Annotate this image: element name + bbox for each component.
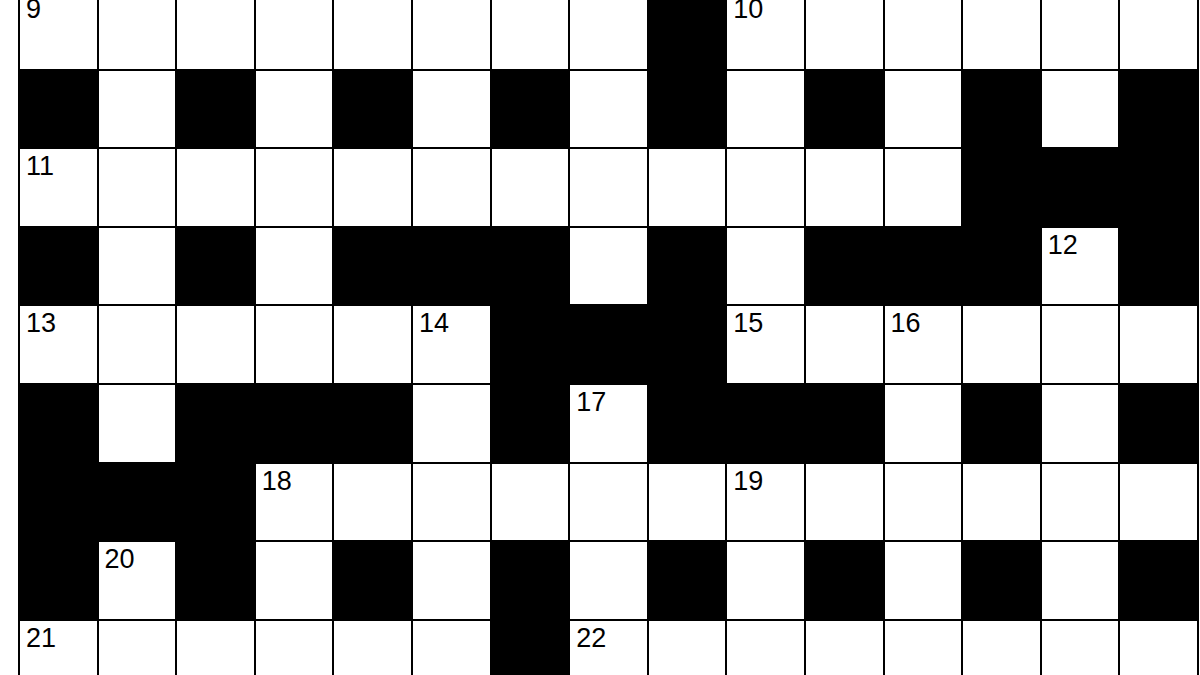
cell-r7-c8[interactable]	[570, 464, 647, 541]
cell-r4-c5-block	[334, 228, 411, 305]
cell-r5-c3[interactable]	[177, 306, 254, 383]
cell-r3-c11[interactable]	[806, 149, 883, 226]
cell-r5-c14[interactable]	[1042, 306, 1119, 383]
cell-r9-c8[interactable]: 22	[570, 621, 647, 675]
cell-r9-c13[interactable]	[963, 621, 1040, 675]
cell-r8-c1-block	[20, 542, 97, 619]
clue-number: 16	[891, 309, 921, 337]
cell-r2-c9-block	[649, 71, 726, 148]
cell-r2-c6[interactable]	[413, 71, 490, 148]
cell-r4-c4[interactable]	[256, 228, 333, 305]
cell-r5-c2[interactable]	[99, 306, 176, 383]
cell-r6-c10-block	[727, 385, 804, 462]
cell-r2-c4[interactable]	[256, 71, 333, 148]
cell-r1-c13[interactable]	[963, 0, 1040, 69]
cell-r7-c3-block	[177, 464, 254, 541]
cell-r6-c4-block	[256, 385, 333, 462]
cell-r5-c8-block	[570, 306, 647, 383]
cell-r9-c10[interactable]	[727, 621, 804, 675]
cell-r2-c7-block	[492, 71, 569, 148]
cell-r7-c7[interactable]	[492, 464, 569, 541]
clue-number: 22	[576, 624, 606, 652]
cell-r5-c6[interactable]: 14	[413, 306, 490, 383]
cell-r3-c10[interactable]	[727, 149, 804, 226]
cell-r5-c5[interactable]	[334, 306, 411, 383]
cell-r6-c9-block	[649, 385, 726, 462]
cell-r7-c14[interactable]	[1042, 464, 1119, 541]
cell-r3-c1[interactable]: 11	[20, 149, 97, 226]
cell-r6-c1-block	[20, 385, 97, 462]
cell-r1-c2[interactable]	[99, 0, 176, 69]
cell-r9-c14[interactable]	[1042, 621, 1119, 675]
cell-r4-c13-block	[963, 228, 1040, 305]
cell-r6-c2[interactable]	[99, 385, 176, 462]
cell-r9-c15[interactable]	[1120, 621, 1197, 675]
cell-r6-c6[interactable]	[413, 385, 490, 462]
cell-r7-c4[interactable]: 18	[256, 464, 333, 541]
cell-r5-c10[interactable]: 15	[727, 306, 804, 383]
cell-r5-c15[interactable]	[1120, 306, 1197, 383]
cell-r5-c4[interactable]	[256, 306, 333, 383]
clue-number: 11	[26, 152, 54, 180]
clue-number: 12	[1048, 231, 1078, 259]
clue-number: 9	[26, 0, 41, 23]
cell-r5-c1[interactable]: 13	[20, 306, 97, 383]
cell-r2-c5-block	[334, 71, 411, 148]
cell-r8-c4[interactable]	[256, 542, 333, 619]
cell-r1-c3[interactable]	[177, 0, 254, 69]
cell-r8-c14[interactable]	[1042, 542, 1119, 619]
cell-r5-c11[interactable]	[806, 306, 883, 383]
cell-r6-c3-block	[177, 385, 254, 462]
cell-r4-c1-block	[20, 228, 97, 305]
cell-r2-c15-block	[1120, 71, 1197, 148]
cell-r8-c13-block	[963, 542, 1040, 619]
cell-r9-c4[interactable]	[256, 621, 333, 675]
cell-r9-c2[interactable]	[99, 621, 176, 675]
cell-r6-c14[interactable]	[1042, 385, 1119, 462]
cell-r8-c11-block	[806, 542, 883, 619]
cell-r8-c8[interactable]	[570, 542, 647, 619]
cell-r7-c5[interactable]	[334, 464, 411, 541]
cell-r4-c14[interactable]: 12	[1042, 228, 1119, 305]
cell-r2-c12[interactable]	[885, 71, 962, 148]
cell-r8-c7-block	[492, 542, 569, 619]
cell-r3-c15-block	[1120, 149, 1197, 226]
cell-r9-c9[interactable]	[649, 621, 726, 675]
cell-r4-c7-block	[492, 228, 569, 305]
cell-r6-c11-block	[806, 385, 883, 462]
cell-r8-c12[interactable]	[885, 542, 962, 619]
cell-r8-c6[interactable]	[413, 542, 490, 619]
cell-r2-c1-block	[20, 71, 97, 148]
clue-number: 13	[26, 309, 56, 337]
cell-r3-c3[interactable]	[177, 149, 254, 226]
cell-r3-c14-block	[1042, 149, 1119, 226]
clue-number: 20	[105, 545, 135, 573]
cell-r1-c5[interactable]	[334, 0, 411, 69]
cell-r2-c3-block	[177, 71, 254, 148]
cell-r1-c14[interactable]	[1042, 0, 1119, 69]
cell-r1-c7[interactable]	[492, 0, 569, 69]
cell-r7-c6[interactable]	[413, 464, 490, 541]
clue-number: 14	[419, 309, 449, 337]
cell-r4-c2[interactable]	[99, 228, 176, 305]
cell-r3-c7[interactable]	[492, 149, 569, 226]
cell-r7-c10[interactable]: 19	[727, 464, 804, 541]
cell-r2-c11-block	[806, 71, 883, 148]
cell-r4-c6-block	[413, 228, 490, 305]
cell-r7-c12[interactable]	[885, 464, 962, 541]
clue-number: 19	[733, 467, 763, 495]
cell-r8-c15-block	[1120, 542, 1197, 619]
cell-r9-c3[interactable]	[177, 621, 254, 675]
cell-r6-c15-block	[1120, 385, 1197, 462]
cell-r7-c9[interactable]	[649, 464, 726, 541]
cell-r3-c8[interactable]	[570, 149, 647, 226]
crossword-grid: 910111213141516171819202122	[18, 0, 1199, 675]
cell-r1-c10[interactable]: 10	[727, 0, 804, 69]
cell-r1-c4[interactable]	[256, 0, 333, 69]
cell-r7-c11[interactable]	[806, 464, 883, 541]
cell-r3-c13-block	[963, 149, 1040, 226]
cell-r3-c4[interactable]	[256, 149, 333, 226]
cell-r1-c8[interactable]	[570, 0, 647, 69]
cell-r8-c2[interactable]: 20	[99, 542, 176, 619]
cell-r7-c13[interactable]	[963, 464, 1040, 541]
cell-r3-c12[interactable]	[885, 149, 962, 226]
clue-number: 21	[26, 624, 56, 652]
cell-r4-c12-block	[885, 228, 962, 305]
cell-r9-c11[interactable]	[806, 621, 883, 675]
cell-r6-c8[interactable]: 17	[570, 385, 647, 462]
cell-r1-c1[interactable]: 9	[20, 0, 97, 69]
cell-r4-c8[interactable]	[570, 228, 647, 305]
cell-r3-c2[interactable]	[99, 149, 176, 226]
cell-r9-c7-block	[492, 621, 569, 675]
cell-r2-c14[interactable]	[1042, 71, 1119, 148]
cell-r1-c6[interactable]	[413, 0, 490, 69]
cell-r5-c13[interactable]	[963, 306, 1040, 383]
clue-number: 17	[576, 388, 606, 416]
cell-r6-c12[interactable]	[885, 385, 962, 462]
clue-number: 15	[733, 309, 763, 337]
cell-r4-c9-block	[649, 228, 726, 305]
cell-r9-c6[interactable]	[413, 621, 490, 675]
cell-r8-c5-block	[334, 542, 411, 619]
cell-r9-c1[interactable]: 21	[20, 621, 97, 675]
cell-r6-c7-block	[492, 385, 569, 462]
clue-number: 18	[262, 467, 292, 495]
cell-r5-c12[interactable]: 16	[885, 306, 962, 383]
cell-r2-c10[interactable]	[727, 71, 804, 148]
cell-r2-c13-block	[963, 71, 1040, 148]
cell-r2-c8[interactable]	[570, 71, 647, 148]
cell-r1-c9-block	[649, 0, 726, 69]
cell-r4-c11-block	[806, 228, 883, 305]
cell-r5-c9-block	[649, 306, 726, 383]
cell-r3-c6[interactable]	[413, 149, 490, 226]
cell-r1-c11[interactable]	[806, 0, 883, 69]
cell-r4-c10[interactable]	[727, 228, 804, 305]
cell-r1-c15[interactable]	[1120, 0, 1197, 69]
cell-r4-c15-block	[1120, 228, 1197, 305]
cell-r3-c9[interactable]	[649, 149, 726, 226]
cell-r7-c2-block	[99, 464, 176, 541]
cell-r8-c3-block	[177, 542, 254, 619]
cell-r4-c3-block	[177, 228, 254, 305]
cell-r6-c13-block	[963, 385, 1040, 462]
cell-r7-c15[interactable]	[1120, 464, 1197, 541]
cell-r8-c10[interactable]	[727, 542, 804, 619]
cell-r8-c9-block	[649, 542, 726, 619]
clue-number: 10	[733, 0, 763, 23]
cell-r9-c12[interactable]	[885, 621, 962, 675]
cell-r1-c12[interactable]	[885, 0, 962, 69]
cell-r6-c5-block	[334, 385, 411, 462]
cell-r7-c1-block	[20, 464, 97, 541]
cell-r5-c7-block	[492, 306, 569, 383]
cell-r9-c5[interactable]	[334, 621, 411, 675]
cell-r3-c5[interactable]	[334, 149, 411, 226]
cell-r2-c2[interactable]	[99, 71, 176, 148]
